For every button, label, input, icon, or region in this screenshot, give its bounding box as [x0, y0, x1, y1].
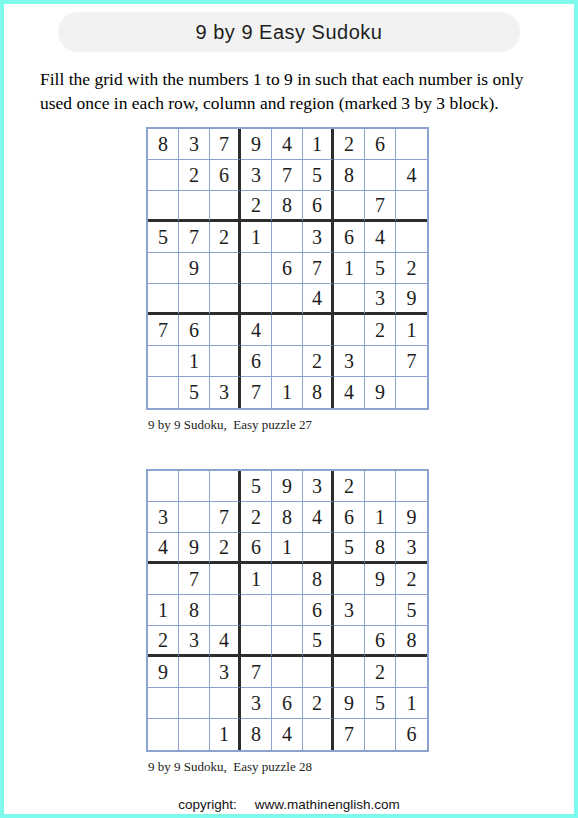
sudoku-cell-empty[interactable] [179, 719, 210, 750]
sudoku-cell-given: 3 [365, 284, 396, 315]
sudoku-cell-given: 5 [396, 595, 427, 626]
sudoku-cell-given: 9 [396, 284, 427, 315]
sudoku-cell-given: 5 [365, 253, 396, 284]
sudoku-cell-empty[interactable] [303, 533, 334, 564]
sudoku-cell-empty[interactable] [396, 471, 427, 502]
sudoku-cell-given: 6 [334, 222, 365, 253]
sudoku-cell-given: 3 [179, 129, 210, 160]
sudoku-cell-given: 7 [303, 253, 334, 284]
sudoku-cell-given: 2 [303, 688, 334, 719]
sudoku-cell-given: 8 [303, 564, 334, 595]
sudoku-cell-empty[interactable] [179, 471, 210, 502]
sudoku-cell-given: 1 [365, 502, 396, 533]
sudoku-cell-given: 2 [179, 160, 210, 191]
sudoku-cell-given: 5 [365, 688, 396, 719]
puzzle-caption-2: 9 by 9 Sudoku, Easy puzzle 28 [148, 759, 574, 775]
sudoku-cell-given: 9 [272, 471, 303, 502]
sudoku-cell-given: 1 [272, 533, 303, 564]
sudoku-cell-given: 4 [272, 129, 303, 160]
sudoku-cell-empty[interactable] [210, 191, 241, 222]
sudoku-cell-given: 2 [396, 564, 427, 595]
sudoku-cell-given: 2 [396, 253, 427, 284]
worksheet-page: 9 by 9 Easy Sudoku Fill the grid with th… [0, 0, 578, 818]
sudoku-cell-given: 3 [303, 222, 334, 253]
sudoku-cell-given: 5 [334, 533, 365, 564]
puzzle-block-1: 8379412626375842867572136496715243976421… [146, 127, 574, 433]
sudoku-cell-given: 4 [241, 315, 272, 346]
sudoku-cell-given: 6 [272, 253, 303, 284]
sudoku-cell-empty[interactable] [210, 346, 241, 377]
sudoku-cell-empty[interactable] [210, 471, 241, 502]
sudoku-cell-given: 3 [241, 688, 272, 719]
sudoku-cell-given: 7 [210, 129, 241, 160]
sudoku-cell-given: 4 [365, 222, 396, 253]
sudoku-cell-empty[interactable] [179, 191, 210, 222]
sudoku-cell-given: 5 [303, 160, 334, 191]
sudoku-cell-empty[interactable] [272, 346, 303, 377]
sudoku-cell-given: 4 [303, 502, 334, 533]
sudoku-cell-empty[interactable] [210, 253, 241, 284]
sudoku-cell-given: 2 [365, 657, 396, 688]
sudoku-cell-empty[interactable] [396, 222, 427, 253]
sudoku-cell-given: 1 [241, 222, 272, 253]
sudoku-cell-empty[interactable] [241, 595, 272, 626]
sudoku-cell-given: 8 [179, 595, 210, 626]
sudoku-cell-given: 8 [272, 502, 303, 533]
sudoku-cell-given: 3 [334, 346, 365, 377]
sudoku-cell-given: 7 [148, 315, 179, 346]
copyright-label: copyright: [178, 797, 237, 812]
sudoku-cell-given: 7 [210, 502, 241, 533]
sudoku-cell-given: 4 [334, 377, 365, 408]
sudoku-cell-given: 3 [241, 160, 272, 191]
page-title: 9 by 9 Easy Sudoku [58, 12, 520, 52]
page-title-text: 9 by 9 Easy Sudoku [196, 21, 383, 44]
sudoku-cell-given: 1 [179, 346, 210, 377]
sudoku-cell-empty[interactable] [210, 284, 241, 315]
sudoku-cell-empty[interactable] [148, 284, 179, 315]
sudoku-cell-given: 2 [241, 502, 272, 533]
sudoku-cell-empty[interactable] [334, 657, 365, 688]
sudoku-cell-given: 2 [365, 315, 396, 346]
sudoku-cell-empty[interactable] [148, 346, 179, 377]
sudoku-cell-empty[interactable] [365, 346, 396, 377]
sudoku-cell-given: 2 [334, 129, 365, 160]
sudoku-cell-given: 1 [334, 253, 365, 284]
sudoku-cell-given: 5 [148, 222, 179, 253]
sudoku-cell-given: 7 [365, 191, 396, 222]
sudoku-cell-empty[interactable] [365, 595, 396, 626]
instructions-text: Fill the grid with the numbers 1 to 9 in… [40, 68, 546, 115]
sudoku-grid-1: 8379412626375842867572136496715243976421… [146, 127, 429, 410]
sudoku-cell-given: 5 [303, 626, 334, 657]
sudoku-cell-empty[interactable] [210, 564, 241, 595]
sudoku-cell-empty[interactable] [365, 719, 396, 750]
sudoku-cell-given: 3 [303, 471, 334, 502]
sudoku-cell-empty[interactable] [148, 253, 179, 284]
sudoku-cell-empty[interactable] [210, 688, 241, 719]
sudoku-cell-given: 3 [148, 502, 179, 533]
sudoku-cell-empty[interactable] [148, 564, 179, 595]
sudoku-cell-given: 4 [272, 719, 303, 750]
sudoku-cell-empty[interactable] [241, 626, 272, 657]
sudoku-cell-given: 1 [148, 595, 179, 626]
sudoku-cell-given: 8 [365, 533, 396, 564]
sudoku-cell-given: 2 [210, 222, 241, 253]
sudoku-cell-empty[interactable] [303, 315, 334, 346]
sudoku-cell-given: 4 [210, 626, 241, 657]
sudoku-cell-empty[interactable] [396, 377, 427, 408]
sudoku-cell-given: 4 [303, 284, 334, 315]
sudoku-cell-given: 5 [241, 471, 272, 502]
sudoku-cell-empty[interactable] [148, 160, 179, 191]
sudoku-cell-given: 6 [303, 191, 334, 222]
sudoku-cell-given: 9 [241, 129, 272, 160]
sudoku-cell-empty[interactable] [272, 284, 303, 315]
sudoku-cell-given: 8 [148, 129, 179, 160]
sudoku-cell-empty[interactable] [334, 191, 365, 222]
sudoku-cell-empty[interactable] [148, 377, 179, 408]
sudoku-cell-empty[interactable] [396, 129, 427, 160]
sudoku-cell-empty[interactable] [272, 222, 303, 253]
sudoku-cell-given: 6 [365, 129, 396, 160]
sudoku-cell-given: 6 [241, 346, 272, 377]
sudoku-cell-given: 7 [241, 377, 272, 408]
sudoku-cell-given: 6 [241, 533, 272, 564]
sudoku-cell-given: 6 [396, 719, 427, 750]
sudoku-cell-empty[interactable] [272, 564, 303, 595]
sudoku-cell-given: 7 [241, 657, 272, 688]
sudoku-cell-empty[interactable] [179, 657, 210, 688]
sudoku-cell-empty[interactable] [272, 595, 303, 626]
sudoku-cell-given: 7 [179, 222, 210, 253]
sudoku-cell-empty[interactable] [334, 564, 365, 595]
sudoku-cell-given: 3 [179, 626, 210, 657]
sudoku-cell-given: 6 [365, 626, 396, 657]
sudoku-cell-given: 5 [179, 377, 210, 408]
sudoku-cell-given: 4 [396, 160, 427, 191]
sudoku-cell-given: 7 [272, 160, 303, 191]
sudoku-cell-given: 8 [272, 191, 303, 222]
sudoku-cell-given: 6 [210, 160, 241, 191]
sudoku-cell-given: 9 [179, 533, 210, 564]
website-url: www.mathinenglish.com [255, 797, 400, 812]
sudoku-cell-given: 1 [210, 719, 241, 750]
sudoku-cell-given: 3 [210, 377, 241, 408]
sudoku-cell-given: 8 [241, 719, 272, 750]
sudoku-cell-given: 3 [334, 595, 365, 626]
sudoku-cell-empty[interactable] [303, 719, 334, 750]
sudoku-cell-empty[interactable] [179, 502, 210, 533]
sudoku-cell-empty[interactable] [148, 688, 179, 719]
sudoku-cell-given: 3 [396, 533, 427, 564]
sudoku-cell-given: 1 [396, 688, 427, 719]
sudoku-cell-given: 6 [334, 502, 365, 533]
sudoku-cell-given: 8 [396, 626, 427, 657]
sudoku-cell-given: 9 [365, 564, 396, 595]
sudoku-cell-empty[interactable] [334, 284, 365, 315]
sudoku-cell-empty[interactable] [148, 191, 179, 222]
sudoku-cell-empty[interactable] [365, 471, 396, 502]
sudoku-cell-empty[interactable] [396, 191, 427, 222]
sudoku-cell-empty[interactable] [334, 626, 365, 657]
sudoku-cell-empty[interactable] [179, 284, 210, 315]
sudoku-cell-empty[interactable] [148, 471, 179, 502]
sudoku-cell-given: 2 [241, 191, 272, 222]
sudoku-cell-given: 9 [334, 688, 365, 719]
sudoku-cell-empty[interactable] [272, 315, 303, 346]
sudoku-cell-given: 1 [303, 129, 334, 160]
footer: copyright:www.mathinenglish.com [4, 797, 574, 812]
puzzle-caption-1: 9 by 9 Sudoku, Easy puzzle 27 [148, 417, 574, 433]
sudoku-cell-given: 2 [148, 626, 179, 657]
sudoku-cell-empty[interactable] [179, 688, 210, 719]
puzzle-block-2: 5932372846194926158371892186352345689372… [146, 469, 574, 775]
sudoku-cell-empty[interactable] [241, 253, 272, 284]
sudoku-cell-given: 7 [334, 719, 365, 750]
sudoku-cell-given: 6 [179, 315, 210, 346]
sudoku-cell-given: 8 [334, 160, 365, 191]
sudoku-cell-given: 6 [272, 688, 303, 719]
sudoku-cell-given: 7 [179, 564, 210, 595]
sudoku-cell-given: 9 [179, 253, 210, 284]
sudoku-cell-given: 3 [210, 657, 241, 688]
sudoku-cell-given: 1 [272, 377, 303, 408]
sudoku-cell-given: 4 [148, 533, 179, 564]
sudoku-cell-empty[interactable] [303, 657, 334, 688]
sudoku-cell-given: 7 [396, 346, 427, 377]
sudoku-cell-given: 9 [365, 377, 396, 408]
sudoku-cell-empty[interactable] [148, 719, 179, 750]
sudoku-grid-2: 5932372846194926158371892186352345689372… [146, 469, 429, 752]
sudoku-cell-empty[interactable] [396, 657, 427, 688]
sudoku-cell-empty[interactable] [365, 160, 396, 191]
sudoku-cell-given: 6 [303, 595, 334, 626]
sudoku-cell-given: 9 [148, 657, 179, 688]
sudoku-cell-given: 2 [303, 346, 334, 377]
sudoku-cell-empty[interactable] [241, 284, 272, 315]
sudoku-cell-given: 2 [334, 471, 365, 502]
sudoku-cell-empty[interactable] [210, 315, 241, 346]
sudoku-cell-empty[interactable] [210, 595, 241, 626]
sudoku-cell-given: 2 [210, 533, 241, 564]
sudoku-cell-empty[interactable] [272, 657, 303, 688]
sudoku-cell-empty[interactable] [272, 626, 303, 657]
sudoku-cell-given: 1 [396, 315, 427, 346]
sudoku-cell-given: 1 [241, 564, 272, 595]
sudoku-cell-empty[interactable] [334, 315, 365, 346]
sudoku-cell-given: 8 [303, 377, 334, 408]
sudoku-cell-given: 9 [396, 502, 427, 533]
